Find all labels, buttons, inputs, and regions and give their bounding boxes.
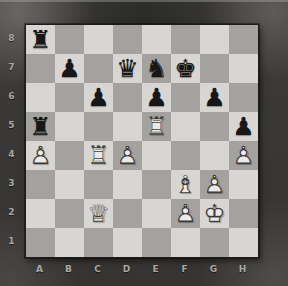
square-g2[interactable]: ♚♔ — [200, 199, 229, 228]
black-p-piece: ♟ — [142, 83, 171, 112]
square-b7[interactable]: ♟ — [55, 54, 84, 83]
white-p-piece: ♙ — [229, 141, 258, 170]
white-b-piece-fill: ♝ — [171, 170, 200, 199]
rank-label-5: 5 — [0, 111, 23, 140]
square-g5[interactable] — [200, 112, 229, 141]
square-c5[interactable] — [84, 112, 113, 141]
square-c8[interactable] — [84, 25, 113, 54]
white-q-piece-fill: ♛ — [84, 199, 113, 228]
square-a6[interactable] — [26, 83, 55, 112]
square-h7[interactable] — [229, 54, 258, 83]
square-h2[interactable] — [229, 199, 258, 228]
square-h4[interactable]: ♟♙ — [229, 141, 258, 170]
white-p-piece-fill: ♟ — [113, 141, 142, 170]
square-f1[interactable] — [171, 228, 200, 257]
black-q-piece: ♛ — [113, 54, 142, 83]
square-h1[interactable] — [229, 228, 258, 257]
white-p-piece: ♙ — [113, 141, 142, 170]
photo-background: ♜♟♛♞♚♟♟♟♜♜♖♟♟♙♜♖♟♙♟♙♝♗♟♙♛♕♟♙♚♔ 87654321 … — [0, 0, 288, 286]
square-b6[interactable] — [55, 83, 84, 112]
square-a5[interactable]: ♜ — [26, 112, 55, 141]
square-b5[interactable] — [55, 112, 84, 141]
square-a2[interactable] — [26, 199, 55, 228]
white-k-piece-fill: ♚ — [200, 199, 229, 228]
square-g3[interactable]: ♟♙ — [200, 170, 229, 199]
square-f5[interactable] — [171, 112, 200, 141]
white-r-piece-fill: ♜ — [84, 141, 113, 170]
square-d6[interactable] — [113, 83, 142, 112]
square-c3[interactable] — [84, 170, 113, 199]
white-r-piece: ♖ — [142, 112, 171, 141]
white-q-piece: ♕ — [84, 199, 113, 228]
file-label-e: E — [141, 257, 170, 281]
black-p-piece: ♟ — [200, 83, 229, 112]
square-e8[interactable] — [142, 25, 171, 54]
square-h6[interactable] — [229, 83, 258, 112]
rank-label-4: 4 — [0, 140, 23, 169]
square-b4[interactable] — [55, 141, 84, 170]
square-f6[interactable] — [171, 83, 200, 112]
file-label-f: F — [170, 257, 199, 281]
square-e6[interactable]: ♟ — [142, 83, 171, 112]
square-h8[interactable] — [229, 25, 258, 54]
square-b8[interactable] — [55, 25, 84, 54]
rank-label-8: 8 — [0, 24, 23, 53]
square-h3[interactable] — [229, 170, 258, 199]
square-e4[interactable] — [142, 141, 171, 170]
square-c7[interactable] — [84, 54, 113, 83]
square-f3[interactable]: ♝♗ — [171, 170, 200, 199]
white-p-piece-fill: ♟ — [229, 141, 258, 170]
square-d4[interactable]: ♟♙ — [113, 141, 142, 170]
rank-label-1: 1 — [0, 227, 23, 256]
square-a3[interactable] — [26, 170, 55, 199]
chess-board: ♜♟♛♞♚♟♟♟♜♜♖♟♟♙♜♖♟♙♟♙♝♗♟♙♛♕♟♙♚♔ — [25, 24, 259, 258]
square-f4[interactable] — [171, 141, 200, 170]
white-p-piece: ♙ — [171, 199, 200, 228]
square-f2[interactable]: ♟♙ — [171, 199, 200, 228]
file-label-g: G — [199, 257, 228, 281]
square-c2[interactable]: ♛♕ — [84, 199, 113, 228]
white-k-piece: ♔ — [200, 199, 229, 228]
square-d1[interactable] — [113, 228, 142, 257]
black-p-piece: ♟ — [229, 112, 258, 141]
white-r-piece-fill: ♜ — [142, 112, 171, 141]
square-d8[interactable] — [113, 25, 142, 54]
square-a4[interactable]: ♟♙ — [26, 141, 55, 170]
black-p-piece: ♟ — [55, 54, 84, 83]
white-p-piece: ♙ — [26, 141, 55, 170]
file-label-a: A — [25, 257, 54, 281]
square-c4[interactable]: ♜♖ — [84, 141, 113, 170]
square-d7[interactable]: ♛ — [113, 54, 142, 83]
square-g1[interactable] — [200, 228, 229, 257]
square-e7[interactable]: ♞ — [142, 54, 171, 83]
square-e2[interactable] — [142, 199, 171, 228]
white-p-piece-fill: ♟ — [171, 199, 200, 228]
rank-label-2: 2 — [0, 198, 23, 227]
black-r-piece: ♜ — [26, 112, 55, 141]
square-h5[interactable]: ♟ — [229, 112, 258, 141]
square-a7[interactable] — [26, 54, 55, 83]
square-d3[interactable] — [113, 170, 142, 199]
rank-label-7: 7 — [0, 53, 23, 82]
square-a1[interactable] — [26, 228, 55, 257]
rank-label-6: 6 — [0, 82, 23, 111]
black-r-piece: ♜ — [26, 25, 55, 54]
square-g6[interactable]: ♟ — [200, 83, 229, 112]
square-b1[interactable] — [55, 228, 84, 257]
file-label-d: D — [112, 257, 141, 281]
square-c6[interactable]: ♟ — [84, 83, 113, 112]
white-p-piece-fill: ♟ — [26, 141, 55, 170]
square-f7[interactable]: ♚ — [171, 54, 200, 83]
square-d2[interactable] — [113, 199, 142, 228]
white-p-piece: ♙ — [200, 170, 229, 199]
square-g7[interactable] — [200, 54, 229, 83]
file-label-c: C — [83, 257, 112, 281]
black-k-piece: ♚ — [171, 54, 200, 83]
square-c1[interactable] — [84, 228, 113, 257]
white-p-piece-fill: ♟ — [200, 170, 229, 199]
white-r-piece: ♖ — [84, 141, 113, 170]
file-label-h: H — [228, 257, 257, 281]
square-e1[interactable] — [142, 228, 171, 257]
rank-label-3: 3 — [0, 169, 23, 198]
square-e3[interactable] — [142, 170, 171, 199]
square-b2[interactable] — [55, 199, 84, 228]
square-e5[interactable]: ♜♖ — [142, 112, 171, 141]
square-d5[interactable] — [113, 112, 142, 141]
white-b-piece: ♗ — [171, 170, 200, 199]
square-a8[interactable]: ♜ — [26, 25, 55, 54]
square-f8[interactable] — [171, 25, 200, 54]
square-g8[interactable] — [200, 25, 229, 54]
square-b3[interactable] — [55, 170, 84, 199]
black-n-piece: ♞ — [142, 54, 171, 83]
file-label-b: B — [54, 257, 83, 281]
black-p-piece: ♟ — [84, 83, 113, 112]
square-g4[interactable] — [200, 141, 229, 170]
